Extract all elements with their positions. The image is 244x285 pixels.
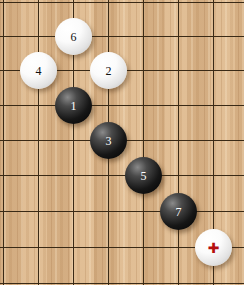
move-number: 6 (71, 31, 77, 43)
stone-white-2: 2 (90, 52, 127, 89)
stone-black-3: 3 (90, 122, 127, 159)
move-number: 1 (71, 100, 77, 112)
stone-white-last-move: ✚ (195, 229, 232, 266)
stone-black-1: 1 (55, 87, 92, 124)
move-number: 2 (106, 65, 112, 77)
stone-black-5: 5 (125, 157, 162, 194)
stone-white-6: 6 (55, 18, 92, 55)
go-board[interactable]: 1234567✚ (0, 0, 244, 285)
stone-black-7: 7 (160, 193, 197, 230)
move-number: 7 (176, 206, 182, 218)
move-number: 5 (141, 170, 147, 182)
last-move-marker-icon: ✚ (208, 241, 220, 255)
move-number: 4 (36, 65, 42, 77)
stone-white-4: 4 (20, 52, 57, 89)
move-number: 3 (106, 135, 112, 147)
